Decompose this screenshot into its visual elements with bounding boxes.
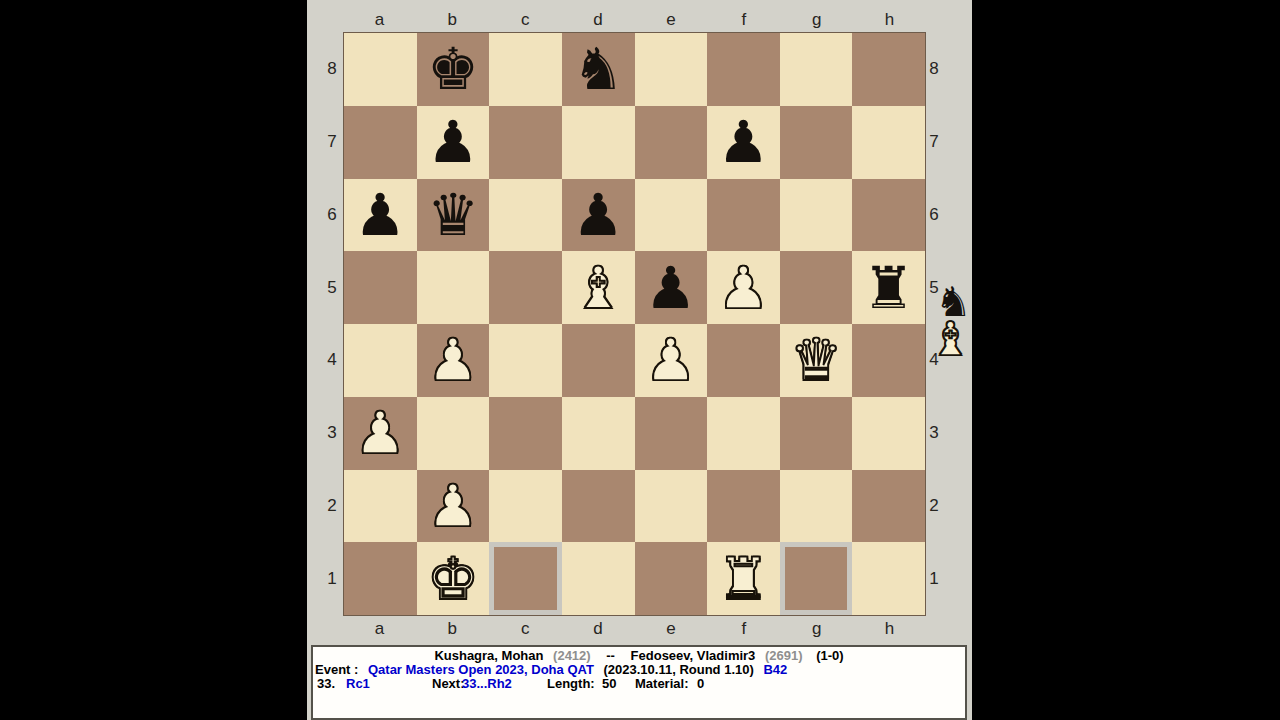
square-h7[interactable] bbox=[852, 106, 925, 179]
black-pawn: ♟ bbox=[427, 113, 479, 171]
file-label-c: c bbox=[489, 10, 562, 30]
black-pawn: ♟ bbox=[645, 259, 697, 317]
square-e1[interactable] bbox=[635, 542, 708, 615]
file-labels-bottom: abcdefgh bbox=[343, 619, 926, 639]
square-a7[interactable] bbox=[344, 106, 417, 179]
chess-board[interactable]: ♚♞♟♟♟♛♟♝♟♟♜♟♟♛♟♟♚♜ bbox=[343, 32, 926, 616]
square-f7[interactable]: ♟ bbox=[707, 106, 780, 179]
rank-label-8: 8 bbox=[325, 33, 339, 106]
white-pawn: ♟ bbox=[427, 331, 479, 389]
event-details: (2023.10.11, Round 1.10) bbox=[603, 662, 753, 677]
event-line: Event : Qatar Masters Open 2023, Doha QA… bbox=[315, 663, 963, 677]
white-queen: ♛ bbox=[790, 331, 842, 389]
square-h6[interactable] bbox=[852, 179, 925, 252]
black-knight: ♞ bbox=[572, 40, 624, 98]
players-separator: -- bbox=[606, 648, 615, 663]
square-c3[interactable] bbox=[489, 397, 562, 470]
square-a2[interactable] bbox=[344, 470, 417, 543]
square-c8[interactable] bbox=[489, 33, 562, 106]
file-label-g: g bbox=[780, 10, 853, 30]
square-e6[interactable] bbox=[635, 179, 708, 252]
square-c1[interactable] bbox=[489, 542, 562, 615]
black-rook: ♜ bbox=[863, 259, 915, 317]
letterbox-right bbox=[972, 0, 1280, 720]
square-f2[interactable] bbox=[707, 470, 780, 543]
square-f1[interactable]: ♜ bbox=[707, 542, 780, 615]
material-value: 0 bbox=[697, 677, 704, 691]
square-a3[interactable]: ♟ bbox=[344, 397, 417, 470]
game-result: (1-0) bbox=[816, 648, 843, 663]
file-label-f: f bbox=[707, 10, 780, 30]
square-f3[interactable] bbox=[707, 397, 780, 470]
square-f4[interactable] bbox=[707, 324, 780, 397]
white-player-rating: (2412) bbox=[553, 648, 591, 663]
black-king: ♚ bbox=[427, 40, 479, 98]
square-c2[interactable] bbox=[489, 470, 562, 543]
white-rook: ♜ bbox=[717, 550, 769, 608]
players-line: Kushagra, Mohan (2412) -- Fedoseev, Vlad… bbox=[315, 649, 963, 663]
square-d1[interactable] bbox=[562, 542, 635, 615]
square-h2[interactable] bbox=[852, 470, 925, 543]
rank-label-6: 6 bbox=[325, 179, 339, 252]
square-g3[interactable] bbox=[780, 397, 853, 470]
black-player-rating: (2691) bbox=[765, 648, 803, 663]
eco-code-link[interactable]: B42 bbox=[763, 662, 787, 677]
square-c6[interactable] bbox=[489, 179, 562, 252]
next-label: Next: bbox=[432, 677, 465, 691]
square-e7[interactable] bbox=[635, 106, 708, 179]
square-d4[interactable] bbox=[562, 324, 635, 397]
square-e5[interactable]: ♟ bbox=[635, 251, 708, 324]
square-e8[interactable] bbox=[635, 33, 708, 106]
white-bishop: ♝ bbox=[572, 259, 624, 317]
file-label-e: e bbox=[635, 619, 708, 639]
square-d7[interactable] bbox=[562, 106, 635, 179]
rank-label-8: 8 bbox=[927, 33, 941, 106]
black-pawn: ♟ bbox=[572, 186, 624, 244]
file-labels-top: abcdefgh bbox=[343, 10, 926, 30]
square-d3[interactable] bbox=[562, 397, 635, 470]
move-line: 33. Rc1 Next: 33...Rh2 Length: 50 Materi… bbox=[315, 677, 963, 691]
length-value: 50 bbox=[602, 677, 616, 691]
current-move-link[interactable]: Rc1 bbox=[346, 677, 370, 691]
rank-label-5: 5 bbox=[325, 251, 339, 324]
file-label-d: d bbox=[562, 10, 635, 30]
file-label-b: b bbox=[416, 619, 489, 639]
square-b6[interactable]: ♛ bbox=[417, 179, 490, 252]
square-g1[interactable] bbox=[780, 542, 853, 615]
material-label: Material: bbox=[635, 677, 688, 691]
black-queen: ♛ bbox=[427, 186, 479, 244]
file-label-g: g bbox=[780, 619, 853, 639]
rank-label-1: 1 bbox=[325, 542, 339, 615]
square-e2[interactable] bbox=[635, 470, 708, 543]
square-e3[interactable] bbox=[635, 397, 708, 470]
square-a8[interactable] bbox=[344, 33, 417, 106]
file-label-h: h bbox=[853, 619, 926, 639]
square-a4[interactable] bbox=[344, 324, 417, 397]
square-a1[interactable] bbox=[344, 542, 417, 615]
rank-label-7: 7 bbox=[325, 106, 339, 179]
rank-label-4: 4 bbox=[325, 324, 339, 397]
black-pawn: ♟ bbox=[717, 113, 769, 171]
square-f6[interactable] bbox=[707, 179, 780, 252]
square-a5[interactable] bbox=[344, 251, 417, 324]
file-label-a: a bbox=[343, 619, 416, 639]
square-b7[interactable]: ♟ bbox=[417, 106, 490, 179]
rank-label-3: 3 bbox=[927, 397, 941, 470]
white-pawn: ♟ bbox=[354, 404, 406, 462]
white-pawn: ♟ bbox=[717, 259, 769, 317]
black-pawn: ♟ bbox=[354, 186, 406, 244]
square-a6[interactable]: ♟ bbox=[344, 179, 417, 252]
game-info-panel: Kushagra, Mohan (2412) -- Fedoseev, Vlad… bbox=[311, 645, 967, 720]
rank-label-7: 7 bbox=[927, 106, 941, 179]
square-c7[interactable] bbox=[489, 106, 562, 179]
move-number: 33. bbox=[317, 677, 335, 691]
next-move-link[interactable]: 33...Rh2 bbox=[462, 677, 512, 691]
square-g5[interactable] bbox=[780, 251, 853, 324]
square-d5[interactable]: ♝ bbox=[562, 251, 635, 324]
video-frame: abcdefgh abcdefgh 87654321 87654321 ♚♞♟♟… bbox=[0, 0, 1280, 720]
square-d8[interactable]: ♞ bbox=[562, 33, 635, 106]
square-h8[interactable] bbox=[852, 33, 925, 106]
rank-label-1: 1 bbox=[927, 542, 941, 615]
rank-label-2: 2 bbox=[325, 470, 339, 543]
square-e4[interactable]: ♟ bbox=[635, 324, 708, 397]
event-name-link[interactable]: Qatar Masters Open 2023, Doha QAT bbox=[368, 662, 594, 677]
letterbox-left bbox=[0, 0, 307, 720]
square-c5[interactable] bbox=[489, 251, 562, 324]
event-label: Event : bbox=[315, 662, 358, 677]
white-pawn: ♟ bbox=[427, 477, 479, 535]
file-label-e: e bbox=[635, 10, 708, 30]
black-player-name: Fedoseev, Vladimir3 bbox=[631, 648, 756, 663]
square-d6[interactable]: ♟ bbox=[562, 179, 635, 252]
captured-white-bishop-icon: ♝ bbox=[930, 316, 971, 362]
length-label: Length: bbox=[547, 677, 595, 691]
white-pawn: ♟ bbox=[645, 331, 697, 389]
square-c4[interactable] bbox=[489, 324, 562, 397]
square-h4[interactable] bbox=[852, 324, 925, 397]
file-label-a: a bbox=[343, 10, 416, 30]
rank-label-2: 2 bbox=[927, 470, 941, 543]
file-label-d: d bbox=[562, 619, 635, 639]
square-d2[interactable] bbox=[562, 470, 635, 543]
square-b4[interactable]: ♟ bbox=[417, 324, 490, 397]
square-b5[interactable] bbox=[417, 251, 490, 324]
rank-label-6: 6 bbox=[927, 179, 941, 252]
square-g7[interactable] bbox=[780, 106, 853, 179]
rank-labels-left: 87654321 bbox=[325, 33, 339, 615]
file-label-b: b bbox=[416, 10, 489, 30]
file-label-h: h bbox=[853, 10, 926, 30]
square-f8[interactable] bbox=[707, 33, 780, 106]
square-h3[interactable] bbox=[852, 397, 925, 470]
file-label-f: f bbox=[707, 619, 780, 639]
square-g4[interactable]: ♛ bbox=[780, 324, 853, 397]
square-g8[interactable] bbox=[780, 33, 853, 106]
white-player-name: Kushagra, Mohan bbox=[434, 648, 543, 663]
square-b1[interactable]: ♚ bbox=[417, 542, 490, 615]
rank-label-3: 3 bbox=[325, 397, 339, 470]
white-king: ♚ bbox=[427, 550, 479, 608]
file-label-c: c bbox=[489, 619, 562, 639]
square-h1[interactable] bbox=[852, 542, 925, 615]
square-h5[interactable]: ♜ bbox=[852, 251, 925, 324]
square-f5[interactable]: ♟ bbox=[707, 251, 780, 324]
square-g6[interactable] bbox=[780, 179, 853, 252]
square-b2[interactable]: ♟ bbox=[417, 470, 490, 543]
square-b3[interactable] bbox=[417, 397, 490, 470]
square-g2[interactable] bbox=[780, 470, 853, 543]
square-b8[interactable]: ♚ bbox=[417, 33, 490, 106]
